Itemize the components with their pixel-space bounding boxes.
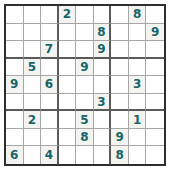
cell-r5c6[interactable] [94, 76, 112, 94]
cell-r7c6[interactable] [94, 111, 112, 129]
cell-r2c2[interactable] [24, 24, 42, 42]
cell-r8c6[interactable] [94, 129, 112, 147]
cell-r1c7[interactable] [111, 6, 129, 24]
cell-r8c7-given: 9 [111, 129, 129, 147]
cell-r4c8[interactable] [129, 59, 147, 77]
cell-r4c4[interactable] [59, 59, 77, 77]
cell-r6c5[interactable] [76, 94, 94, 112]
sudoku-board: 28897959963325189648 [4, 4, 166, 166]
cell-r7c4[interactable] [59, 111, 77, 129]
cell-r8c5-given: 8 [76, 129, 94, 147]
cell-r9c2[interactable] [24, 146, 42, 164]
cell-r9c8[interactable] [129, 146, 147, 164]
cell-r6c8[interactable] [129, 94, 147, 112]
cell-r3c2[interactable] [24, 41, 42, 59]
cell-r4c3[interactable] [41, 59, 59, 77]
cell-r7c2-given: 2 [24, 111, 42, 129]
cell-r1c1[interactable] [6, 6, 24, 24]
cell-r4c5-given: 9 [76, 59, 94, 77]
cell-r3c3-given: 7 [41, 41, 59, 59]
cell-r8c3[interactable] [41, 129, 59, 147]
cell-r9c7-given: 8 [111, 146, 129, 164]
cell-r5c3-given: 6 [41, 76, 59, 94]
cell-r6c9[interactable] [146, 94, 164, 112]
cell-r9c6[interactable] [94, 146, 112, 164]
cell-r2c4[interactable] [59, 24, 77, 42]
cell-r6c7[interactable] [111, 94, 129, 112]
cell-r4c9[interactable] [146, 59, 164, 77]
cell-r5c9[interactable] [146, 76, 164, 94]
cell-r9c1-given: 6 [6, 146, 24, 164]
cell-r2c3[interactable] [41, 24, 59, 42]
cell-r1c2[interactable] [24, 6, 42, 24]
cell-r1c5[interactable] [76, 6, 94, 24]
cell-r3c7[interactable] [111, 41, 129, 59]
cell-r2c7[interactable] [111, 24, 129, 42]
cell-r7c1[interactable] [6, 111, 24, 129]
cell-r8c9[interactable] [146, 129, 164, 147]
cell-r8c2[interactable] [24, 129, 42, 147]
cell-r5c5[interactable] [76, 76, 94, 94]
cell-r3c1[interactable] [6, 41, 24, 59]
cell-r8c1[interactable] [6, 129, 24, 147]
cell-r9c9[interactable] [146, 146, 164, 164]
cell-r4c1[interactable] [6, 59, 24, 77]
cell-r6c6-given: 3 [94, 94, 112, 112]
cell-r8c8[interactable] [129, 129, 147, 147]
cell-r5c2[interactable] [24, 76, 42, 94]
cell-r3c5[interactable] [76, 41, 94, 59]
cell-r2c8[interactable] [129, 24, 147, 42]
cell-r6c2[interactable] [24, 94, 42, 112]
cell-r1c8-given: 8 [129, 6, 147, 24]
cell-r7c3[interactable] [41, 111, 59, 129]
cell-r5c7[interactable] [111, 76, 129, 94]
cell-r7c8-given: 1 [129, 111, 147, 129]
cell-r7c7[interactable] [111, 111, 129, 129]
cell-r5c8-given: 3 [129, 76, 147, 94]
cell-r3c4[interactable] [59, 41, 77, 59]
cell-r9c3-given: 4 [41, 146, 59, 164]
cell-r9c5[interactable] [76, 146, 94, 164]
cell-r5c1-given: 9 [6, 76, 24, 94]
cell-r1c9[interactable] [146, 6, 164, 24]
cell-r8c4[interactable] [59, 129, 77, 147]
cell-r3c9[interactable] [146, 41, 164, 59]
cell-r3c6-given: 9 [94, 41, 112, 59]
cell-r7c5-given: 5 [76, 111, 94, 129]
cell-r1c4-given: 2 [59, 6, 77, 24]
cell-r1c3[interactable] [41, 6, 59, 24]
cell-r9c4[interactable] [59, 146, 77, 164]
cell-r5c4[interactable] [59, 76, 77, 94]
cell-r4c7[interactable] [111, 59, 129, 77]
cell-r1c6[interactable] [94, 6, 112, 24]
cell-r3c8[interactable] [129, 41, 147, 59]
cell-r4c6[interactable] [94, 59, 112, 77]
cell-r2c1[interactable] [6, 24, 24, 42]
cell-r7c9[interactable] [146, 111, 164, 129]
cell-r6c4[interactable] [59, 94, 77, 112]
cell-r6c1[interactable] [6, 94, 24, 112]
cell-r4c2-given: 5 [24, 59, 42, 77]
cell-r2c9-given: 9 [146, 24, 164, 42]
cell-r2c5[interactable] [76, 24, 94, 42]
cell-r2c6-given: 8 [94, 24, 112, 42]
cell-r6c3[interactable] [41, 94, 59, 112]
